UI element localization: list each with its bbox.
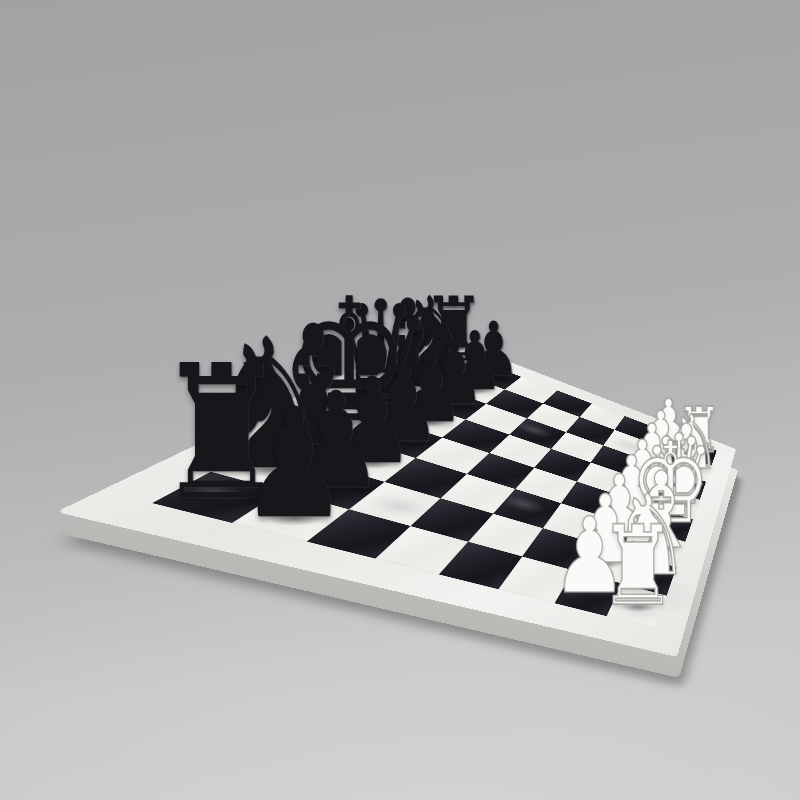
photo-backdrop: ♜♞♝♛♚♝♞♜♟♟♟♟♟♟♟♟♟♟♟♟♟♟♟♟♜♞♝♛♚♝♞♜ [0,0,800,800]
board-grid [152,347,716,628]
